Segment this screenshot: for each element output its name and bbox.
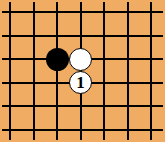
grid-line-vertical — [127, 2, 129, 140]
grid-line-vertical — [9, 2, 11, 140]
white-stone-move-1: 1 — [69, 71, 92, 94]
white-stone — [69, 48, 92, 71]
grid-line-vertical — [33, 2, 35, 140]
grid-line-horizontal — [2, 11, 163, 13]
move-number-label: 1 — [76, 74, 85, 91]
black-stone — [46, 48, 69, 71]
grid-line-vertical — [56, 2, 58, 140]
grid-line-horizontal — [2, 105, 163, 107]
go-board[interactable]: 1 — [0, 0, 165, 142]
grid-line-horizontal — [2, 35, 163, 37]
grid-line-vertical — [150, 2, 152, 140]
grid-line-horizontal — [2, 129, 163, 131]
grid-line-vertical — [103, 2, 105, 140]
